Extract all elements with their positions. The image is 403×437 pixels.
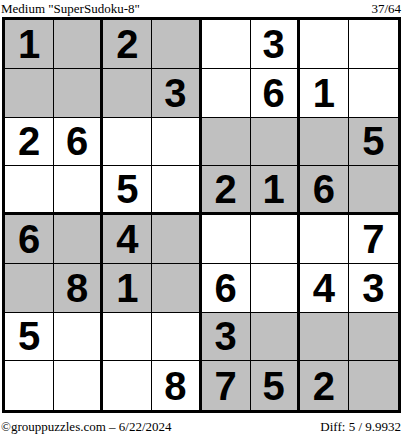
cell-r6c4[interactable]: [152, 264, 201, 313]
cell-r3c6[interactable]: [251, 118, 300, 167]
cell-r2c5[interactable]: [202, 69, 251, 118]
cell-r1c4[interactable]: [152, 20, 201, 69]
cell-r5c8[interactable]: 7: [349, 215, 398, 264]
cell-r4c3[interactable]: 5: [103, 166, 152, 215]
cell-r3c8[interactable]: 5: [349, 118, 398, 167]
cell-r1c5[interactable]: [202, 20, 251, 69]
cell-r8c6[interactable]: 5: [251, 361, 300, 410]
cell-r7c6[interactable]: [251, 313, 300, 362]
cell-r7c8[interactable]: [349, 313, 398, 362]
footer: ©grouppuzzles.com – 6/22/2024 Diff: 5 / …: [1, 419, 401, 437]
cell-r5c5[interactable]: [202, 215, 251, 264]
cell-r3c2[interactable]: 6: [54, 118, 103, 167]
cell-r7c5[interactable]: 3: [202, 313, 251, 362]
cell-r1c2[interactable]: [54, 20, 103, 69]
header: Medium "SuperSudoku-8" 37/64: [1, 0, 401, 16]
cell-r8c3[interactable]: [103, 361, 152, 410]
cell-r8c4[interactable]: 8: [152, 361, 201, 410]
cell-r2c1[interactable]: [5, 69, 54, 118]
cell-r4c1[interactable]: [5, 166, 54, 215]
cell-r2c6[interactable]: 6: [251, 69, 300, 118]
cell-r8c2[interactable]: [54, 361, 103, 410]
cell-r1c7[interactable]: [300, 20, 349, 69]
cell-r7c4[interactable]: [152, 313, 201, 362]
difficulty-label: Diff: 5 / 9.9932: [320, 419, 401, 435]
remaining-counter: 37/64: [371, 1, 401, 16]
cell-r5c7[interactable]: [300, 215, 349, 264]
cell-r8c7[interactable]: 2: [300, 361, 349, 410]
cell-r6c2[interactable]: 8: [54, 264, 103, 313]
cell-r4c2[interactable]: [54, 166, 103, 215]
cell-r3c5[interactable]: [202, 118, 251, 167]
puzzle-page: Medium "SuperSudoku-8" 37/64 12336126552…: [0, 0, 403, 437]
cell-r5c2[interactable]: [54, 215, 103, 264]
cell-r7c7[interactable]: [300, 313, 349, 362]
cell-r3c4[interactable]: [152, 118, 201, 167]
sudoku-board: 123361265521664781643538752: [2, 17, 401, 413]
cell-r3c1[interactable]: 2: [5, 118, 54, 167]
cell-r7c1[interactable]: 5: [5, 313, 54, 362]
cell-r5c4[interactable]: [152, 215, 201, 264]
cell-r2c7[interactable]: 1: [300, 69, 349, 118]
cell-r2c2[interactable]: [54, 69, 103, 118]
cell-r6c5[interactable]: 6: [202, 264, 251, 313]
cell-r5c3[interactable]: 4: [103, 215, 152, 264]
cell-r1c6[interactable]: 3: [251, 20, 300, 69]
cell-r1c1[interactable]: 1: [5, 20, 54, 69]
cell-r7c3[interactable]: [103, 313, 152, 362]
cell-r8c1[interactable]: [5, 361, 54, 410]
cell-r6c8[interactable]: 3: [349, 264, 398, 313]
cell-r1c8[interactable]: [349, 20, 398, 69]
cell-r8c8[interactable]: [349, 361, 398, 410]
cell-r6c6[interactable]: [251, 264, 300, 313]
cell-r4c5[interactable]: 2: [202, 166, 251, 215]
cell-r4c7[interactable]: 6: [300, 166, 349, 215]
cell-r5c6[interactable]: [251, 215, 300, 264]
copyright-credit: ©grouppuzzles.com – 6/22/2024: [1, 419, 172, 435]
cell-r7c2[interactable]: [54, 313, 103, 362]
cell-r5c1[interactable]: 6: [5, 215, 54, 264]
puzzle-title: Medium "SuperSudoku-8": [1, 1, 140, 16]
cell-r2c8[interactable]: [349, 69, 398, 118]
cell-r4c6[interactable]: 1: [251, 166, 300, 215]
cell-r3c7[interactable]: [300, 118, 349, 167]
cell-r4c4[interactable]: [152, 166, 201, 215]
cell-r2c4[interactable]: 3: [152, 69, 201, 118]
cell-r4c8[interactable]: [349, 166, 398, 215]
cell-r3c3[interactable]: [103, 118, 152, 167]
cell-r6c3[interactable]: 1: [103, 264, 152, 313]
cell-r8c5[interactable]: 7: [202, 361, 251, 410]
cell-r6c7[interactable]: 4: [300, 264, 349, 313]
cell-r1c3[interactable]: 2: [103, 20, 152, 69]
cell-r2c3[interactable]: [103, 69, 152, 118]
cell-r6c1[interactable]: [5, 264, 54, 313]
